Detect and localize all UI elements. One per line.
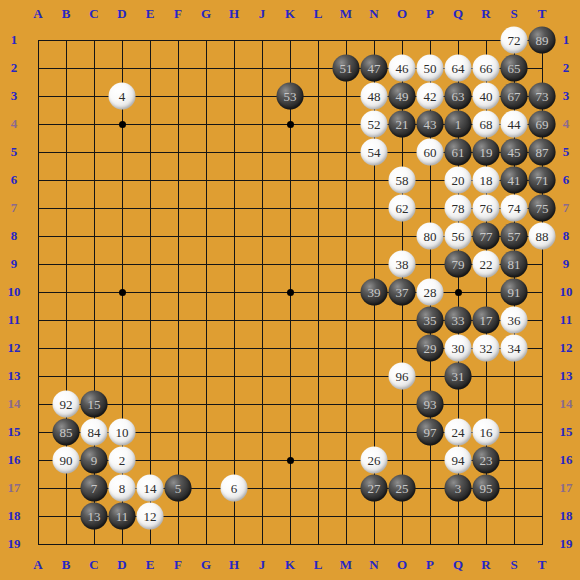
row-label-left: 8 (2, 228, 26, 244)
stone[interactable]: 89 (529, 27, 556, 54)
column-label-bottom: C (82, 557, 106, 573)
row-label-left: 12 (2, 340, 26, 356)
column-label-top: D (110, 6, 134, 22)
column-label-top: J (250, 6, 274, 22)
stone[interactable]: 71 (529, 167, 556, 194)
column-label-bottom: R (474, 557, 498, 573)
row-label-left: 13 (2, 368, 26, 384)
column-label-bottom: L (306, 557, 330, 573)
stone[interactable]: 18 (473, 167, 500, 194)
stone[interactable]: 17 (473, 307, 500, 334)
column-label-bottom: T (530, 557, 554, 573)
row-label-left: 14 (2, 396, 26, 412)
row-label-right: 6 (554, 172, 578, 188)
row-label-right: 8 (554, 228, 578, 244)
stone[interactable]: 67 (501, 83, 528, 110)
stone[interactable]: 23 (473, 447, 500, 474)
star-point (119, 121, 126, 128)
stone[interactable]: 58 (389, 167, 416, 194)
column-label-bottom: M (334, 557, 358, 573)
stone[interactable]: 30 (445, 335, 472, 362)
column-label-bottom: H (222, 557, 246, 573)
grid-line-horizontal (38, 544, 543, 545)
column-label-top: F (166, 6, 190, 22)
stone[interactable]: 26 (361, 447, 388, 474)
star-point (287, 121, 294, 128)
stone[interactable]: 94 (445, 447, 472, 474)
stone[interactable]: 12 (137, 503, 164, 530)
stone[interactable]: 35 (417, 307, 444, 334)
row-label-left: 17 (2, 480, 26, 496)
stone[interactable]: 60 (417, 139, 444, 166)
row-label-left: 11 (2, 312, 26, 328)
stone[interactable]: 9 (81, 447, 108, 474)
stone[interactable]: 49 (389, 83, 416, 110)
row-label-left: 18 (2, 508, 26, 524)
row-label-left: 2 (2, 60, 26, 76)
stone[interactable]: 62 (389, 195, 416, 222)
column-label-bottom: B (54, 557, 78, 573)
stone[interactable]: 11 (109, 503, 136, 530)
stone[interactable]: 42 (417, 83, 444, 110)
stone[interactable]: 24 (445, 419, 472, 446)
stone[interactable]: 92 (53, 391, 80, 418)
column-label-bottom: A (26, 557, 50, 573)
row-label-right: 14 (554, 396, 578, 412)
column-label-top: B (54, 6, 78, 22)
stone[interactable]: 56 (445, 223, 472, 250)
row-label-right: 13 (554, 368, 578, 384)
stone[interactable]: 88 (529, 223, 556, 250)
stone[interactable]: 33 (445, 307, 472, 334)
star-point (287, 457, 294, 464)
column-label-top: T (530, 6, 554, 22)
column-label-bottom: N (362, 557, 386, 573)
column-label-bottom: Q (446, 557, 470, 573)
column-label-bottom: E (138, 557, 162, 573)
stone[interactable]: 46 (389, 55, 416, 82)
row-label-right: 10 (554, 284, 578, 300)
stone[interactable]: 69 (529, 111, 556, 138)
stone[interactable]: 91 (501, 279, 528, 306)
star-point (119, 289, 126, 296)
row-label-right: 9 (554, 256, 578, 272)
column-label-top: Q (446, 6, 470, 22)
star-point (287, 289, 294, 296)
stone[interactable]: 44 (501, 111, 528, 138)
stone[interactable]: 10 (109, 419, 136, 446)
stone[interactable]: 51 (333, 55, 360, 82)
row-label-left: 4 (2, 116, 26, 132)
stone[interactable]: 47 (361, 55, 388, 82)
column-label-bottom: F (166, 557, 190, 573)
stone[interactable]: 53 (277, 83, 304, 110)
column-label-bottom: G (194, 557, 218, 573)
stone[interactable]: 28 (417, 279, 444, 306)
grid-line-vertical (346, 40, 347, 545)
row-label-right: 19 (554, 536, 578, 552)
row-label-left: 9 (2, 256, 26, 272)
column-label-bottom: O (390, 557, 414, 573)
column-label-bottom: P (418, 557, 442, 573)
stone[interactable]: 61 (445, 139, 472, 166)
stone[interactable]: 37 (389, 279, 416, 306)
stone[interactable]: 2 (109, 447, 136, 474)
row-label-left: 1 (2, 32, 26, 48)
row-label-right: 18 (554, 508, 578, 524)
column-label-top: P (418, 6, 442, 22)
column-label-top: N (362, 6, 386, 22)
stone[interactable]: 27 (361, 475, 388, 502)
stone[interactable]: 63 (445, 83, 472, 110)
stone[interactable]: 22 (473, 251, 500, 278)
stone[interactable]: 25 (389, 475, 416, 502)
stone[interactable]: 95 (473, 475, 500, 502)
row-label-right: 7 (554, 200, 578, 216)
stone[interactable]: 15 (81, 391, 108, 418)
column-label-top: K (278, 6, 302, 22)
row-label-right: 15 (554, 424, 578, 440)
row-label-left: 10 (2, 284, 26, 300)
stone[interactable]: 77 (473, 223, 500, 250)
stone[interactable]: 4 (109, 83, 136, 110)
stone[interactable]: 32 (473, 335, 500, 362)
stone[interactable]: 72 (501, 27, 528, 54)
row-label-right: 16 (554, 452, 578, 468)
row-label-left: 19 (2, 536, 26, 552)
stone[interactable]: 14 (137, 475, 164, 502)
row-label-left: 3 (2, 88, 26, 104)
stone[interactable]: 76 (473, 195, 500, 222)
stone[interactable]: 39 (361, 279, 388, 306)
row-label-right: 5 (554, 144, 578, 160)
row-label-left: 15 (2, 424, 26, 440)
stone[interactable]: 64 (445, 55, 472, 82)
column-label-top: E (138, 6, 162, 22)
stone[interactable]: 3 (445, 475, 472, 502)
row-label-right: 4 (554, 116, 578, 132)
row-label-right: 12 (554, 340, 578, 356)
stone[interactable]: 93 (417, 391, 444, 418)
stone[interactable]: 90 (53, 447, 80, 474)
column-label-top: S (502, 6, 526, 22)
stone[interactable]: 8 (109, 475, 136, 502)
stone[interactable]: 1 (445, 111, 472, 138)
column-label-bottom: J (250, 557, 274, 573)
stone[interactable]: 50 (417, 55, 444, 82)
stone[interactable]: 5 (165, 475, 192, 502)
row-label-right: 3 (554, 88, 578, 104)
column-label-top: A (26, 6, 50, 22)
column-label-top: O (390, 6, 414, 22)
go-board[interactable]: AABBCCDDEEFFGGHHJJKKLLMMNNOOPPQQRRSSTT11… (0, 0, 580, 580)
stone[interactable]: 34 (501, 335, 528, 362)
column-label-bottom: S (502, 557, 526, 573)
stone[interactable]: 40 (473, 83, 500, 110)
stone[interactable]: 75 (529, 195, 556, 222)
stone[interactable]: 7 (81, 475, 108, 502)
stone[interactable]: 6 (221, 475, 248, 502)
stone[interactable]: 96 (389, 363, 416, 390)
stone[interactable]: 73 (529, 83, 556, 110)
column-label-bottom: K (278, 557, 302, 573)
column-label-top: M (334, 6, 358, 22)
stone[interactable]: 79 (445, 251, 472, 278)
row-label-left: 7 (2, 200, 26, 216)
stone[interactable]: 81 (501, 251, 528, 278)
stone[interactable]: 48 (361, 83, 388, 110)
column-label-top: L (306, 6, 330, 22)
stone[interactable]: 41 (501, 167, 528, 194)
stone[interactable]: 36 (501, 307, 528, 334)
stone[interactable]: 16 (473, 419, 500, 446)
row-label-right: 1 (554, 32, 578, 48)
row-label-left: 16 (2, 452, 26, 468)
row-label-left: 6 (2, 172, 26, 188)
stone[interactable]: 66 (473, 55, 500, 82)
stone[interactable]: 38 (389, 251, 416, 278)
stone[interactable]: 65 (501, 55, 528, 82)
grid-line-horizontal (38, 404, 543, 405)
stone[interactable]: 13 (81, 503, 108, 530)
stone[interactable]: 45 (501, 139, 528, 166)
stone[interactable]: 84 (81, 419, 108, 446)
stone[interactable]: 57 (501, 223, 528, 250)
stone[interactable]: 68 (473, 111, 500, 138)
stone[interactable]: 20 (445, 167, 472, 194)
row-label-right: 17 (554, 480, 578, 496)
stone[interactable]: 87 (529, 139, 556, 166)
star-point (455, 289, 462, 296)
stone[interactable]: 97 (417, 419, 444, 446)
row-label-right: 11 (554, 312, 578, 328)
stone[interactable]: 31 (445, 363, 472, 390)
row-label-left: 5 (2, 144, 26, 160)
column-label-top: R (474, 6, 498, 22)
row-label-right: 2 (554, 60, 578, 76)
stone[interactable]: 19 (473, 139, 500, 166)
stone[interactable]: 74 (501, 195, 528, 222)
stone[interactable]: 54 (361, 139, 388, 166)
grid-line-vertical (318, 40, 319, 545)
stone[interactable]: 21 (389, 111, 416, 138)
stone[interactable]: 43 (417, 111, 444, 138)
column-label-bottom: D (110, 557, 134, 573)
column-label-top: H (222, 6, 246, 22)
column-label-top: C (82, 6, 106, 22)
stone[interactable]: 80 (417, 223, 444, 250)
stone[interactable]: 29 (417, 335, 444, 362)
stone[interactable]: 78 (445, 195, 472, 222)
stone[interactable]: 52 (361, 111, 388, 138)
stone[interactable]: 85 (53, 419, 80, 446)
column-label-top: G (194, 6, 218, 22)
